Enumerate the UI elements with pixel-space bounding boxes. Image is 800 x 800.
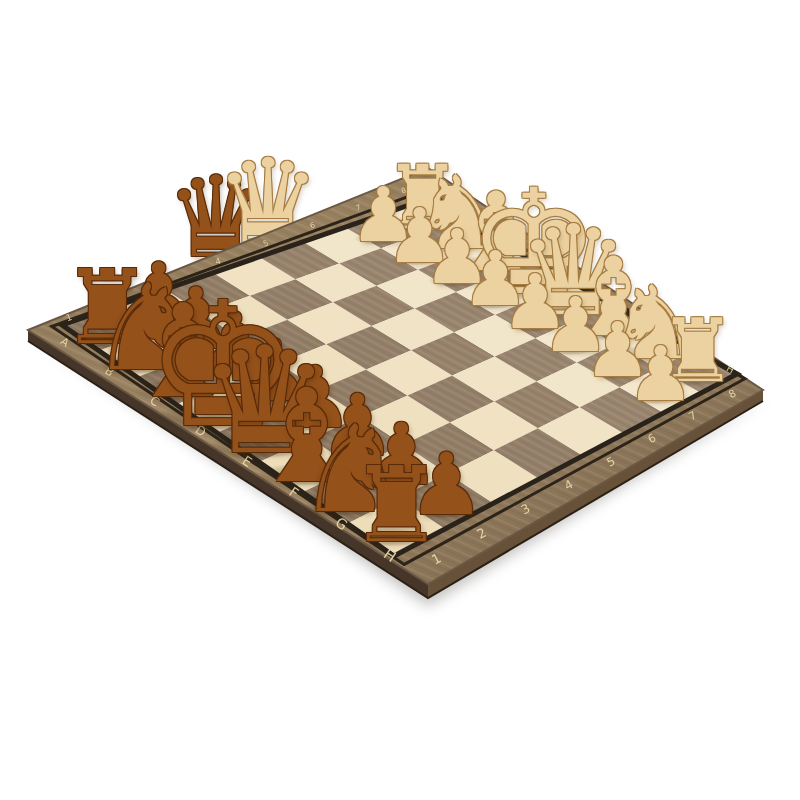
chess-board: ABCDEFGH12345678ABCDEFGH12345678 (0, 0, 800, 800)
board-squares (62, 200, 737, 556)
chess-set-photo: ♛♛ ABCDEFGH12345678ABCDEFGH12345678 ♜♞♝♚… (0, 0, 800, 800)
